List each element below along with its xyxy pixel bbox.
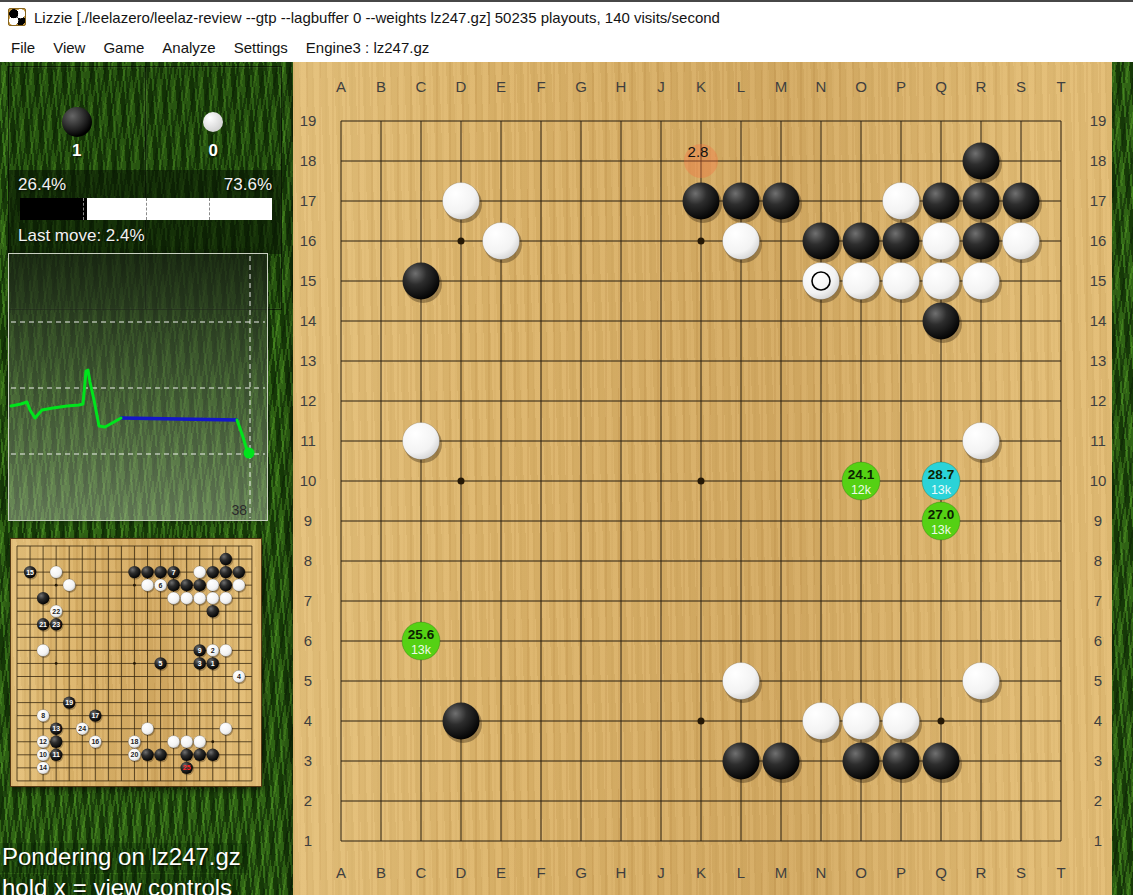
row-label-left: 10 [300,472,317,489]
menu-game[interactable]: Game [94,35,153,60]
col-label-top: F [536,78,545,95]
variation-move-number: 9 [198,647,202,654]
variation-move-number: 25 [183,764,191,771]
col-label-bottom: F [536,864,545,881]
col-label-bottom: L [737,864,745,881]
sub-white-stone-O4 [180,736,192,748]
col-label-bottom: A [336,864,346,881]
white-stone-Q16[interactable] [923,223,960,260]
sub-black-stone-M3 [154,749,166,761]
row-label-left: 2 [304,792,312,809]
black-stone-R18[interactable] [963,143,1000,180]
col-label-top: Q [935,78,947,95]
sub-black-stone-D4 [50,736,62,748]
star-point [458,238,465,245]
star-point [458,478,465,485]
row-label-left: 5 [304,672,312,689]
winrate-bar-black [20,198,87,220]
winrate-line [11,370,121,427]
variation-move-number: 12 [39,738,47,745]
sub-white-stone-L16 [141,579,153,591]
col-label-top: K [696,78,706,95]
analysis-suggestion-Q10[interactable]: 28.713k [922,462,960,500]
col-label-top: L [737,78,745,95]
sub-black-stone-M17 [154,566,166,578]
suggestion-visits: 13k [931,483,952,497]
black-stone-Q17[interactable] [923,183,960,220]
variation-move-number: 23 [52,621,60,628]
black-stone-K17[interactable] [683,183,720,220]
col-label-bottom: H [616,864,627,881]
suggestion-visits: 13k [411,643,432,657]
sub-star-point [55,662,58,665]
sub-black-stone-R16 [220,579,232,591]
sub-white-stone-C11 [37,644,49,656]
sub-star-point [133,662,136,665]
black-stone-Q3[interactable] [923,743,960,780]
col-label-bottom: E [496,864,506,881]
sub-white-stone-Q16 [207,579,219,591]
col-label-bottom: P [896,864,906,881]
variation-move-number: 18 [131,738,139,745]
col-label-top: R [976,78,987,95]
variation-move-number: 6 [159,582,163,589]
variation-move-number: 8 [41,712,45,719]
last-move-winrate: Last move: 2.4% [18,226,272,246]
black-stone-Q14[interactable] [923,303,960,340]
row-label-right: 18 [1090,152,1107,169]
col-label-top: T [1056,78,1065,95]
variation-move-number: 7 [172,569,176,576]
pondering-status: Pondering on lz247.gz [0,843,249,873]
sub-white-stone-Q15 [207,592,219,604]
row-label-right: 1 [1094,832,1102,849]
row-label-right: 14 [1090,312,1107,329]
row-label-right: 3 [1094,752,1102,769]
menu-engine[interactable]: Engine3 : lz247.gz [297,35,438,60]
sub-black-stone-L3 [141,749,153,761]
winrate-graph-panel[interactable]: 38 [8,253,268,521]
col-label-bottom: M [775,864,788,881]
black-stone-M3[interactable] [763,743,800,780]
winrate-endpoint [244,448,255,459]
sub-black-stone-Q14 [207,605,219,617]
variation-move-number: 11 [52,751,60,758]
analysis-suggestion-C6[interactable]: 25.613k [402,622,440,660]
sub-white-stone-P15 [194,592,206,604]
white-stone-R15[interactable] [963,263,1000,300]
window-titlebar[interactable]: Lizzie [./leelazero/leelaz-review --gtp … [0,0,1133,32]
sub-white-stone-N4 [167,736,179,748]
row-label-left: 8 [304,552,312,569]
suggestion-visits: 13k [931,523,952,537]
sub-black-stone-P3 [194,749,206,761]
window-title: Lizzie [./leelazero/leelaz-review --gtp … [34,9,720,26]
star-point [698,478,705,485]
white-stone-icon [203,112,223,132]
black-stone-S17[interactable] [1003,183,1040,220]
col-label-top: S [1016,78,1026,95]
variation-move-number: 13 [52,725,60,732]
black-stone-N16[interactable] [803,223,840,260]
white-stone-O4[interactable] [843,703,880,740]
menu-bar: File View Game Analyze Settings Engine3 … [0,32,1133,62]
col-label-top: C [416,78,427,95]
variation-move-number: 15 [26,569,34,576]
star-point [938,718,945,725]
sub-white-stone-P4 [194,736,206,748]
black-winrate-pct: 26.4% [18,175,66,195]
col-label-top: H [616,78,627,95]
sub-star-point [133,584,136,587]
sub-star-point [55,584,58,587]
row-label-left: 15 [300,272,317,289]
sub-white-stone-S16 [233,579,245,591]
black-stone-O16[interactable] [843,223,880,260]
winrate-panel: 26.4% 73.6% Last move: 2.4% [8,170,282,254]
move-number-label: 38 [231,502,247,518]
variation-move-number: 22 [52,608,60,615]
sub-star-point [211,740,214,743]
analysis-suggestion-O10[interactable]: 24.112k [842,462,880,500]
white-stone-C11[interactable] [403,423,440,460]
row-label-left: 3 [304,752,312,769]
white-stone-S16[interactable] [1003,223,1040,260]
sub-white-stone-D17 [50,566,62,578]
row-label-right: 17 [1090,192,1107,209]
row-label-right: 19 [1090,112,1107,129]
row-label-right: 6 [1094,632,1102,649]
winrate-bar-tick-50 [146,198,147,220]
sub-white-stone-L5 [141,723,153,735]
menu-file[interactable]: File [2,35,44,60]
row-label-left: 17 [300,192,317,209]
sub-black-stone-O16 [180,579,192,591]
variation-move-number: 20 [131,751,139,758]
col-label-bottom: S [1016,864,1026,881]
winrate-bar [20,198,272,220]
suggestion-visits: 12k [851,483,872,497]
col-label-bottom: Q [935,864,947,881]
row-label-left: 4 [304,712,312,729]
black-stone-P3[interactable] [883,743,920,780]
white-stone-P17[interactable] [883,183,920,220]
ghost-move-winrate: 2.8 [688,143,709,160]
black-stone-C15[interactable] [403,263,440,300]
col-label-bottom: R [976,864,987,881]
row-label-left: 9 [304,512,312,529]
sub-black-stone-Q3 [207,749,219,761]
col-label-bottom: T [1056,864,1065,881]
variation-move-number: 1 [211,660,215,667]
row-label-left: 11 [300,432,316,449]
row-label-left: 18 [300,152,317,169]
white-capture-count: 0 [146,141,282,161]
sub-white-stone-R11 [220,644,232,656]
sub-black-stone-S17 [233,566,245,578]
white-stone-R5[interactable] [963,663,1000,700]
col-label-top: O [855,78,867,95]
row-label-right: 10 [1090,472,1107,489]
winrate-bar-tick-75 [209,198,210,220]
sub-black-stone-O3 [180,749,192,761]
row-label-right: 16 [1090,232,1107,249]
black-stone-O3[interactable] [843,743,880,780]
black-stone-M17[interactable] [763,183,800,220]
white-stone-P4[interactable] [883,703,920,740]
go-board-svg[interactable]: AABBCCDDEEFFGGHHJJKKLLMMNNOOPPQQRRSSTT19… [293,62,1112,895]
row-label-right: 4 [1094,712,1102,729]
sub-white-stone-R15 [220,592,232,604]
col-label-top: B [376,78,386,95]
winrate-graph[interactable] [9,254,267,520]
controls-hint: hold x = view controls [0,874,240,895]
white-stone-N15[interactable] [803,263,840,300]
variation-move-number: 24 [78,725,86,732]
sub-black-stone-P16 [194,579,206,591]
row-label-left: 6 [304,632,312,649]
white-stone-E16[interactable] [483,223,520,260]
winrate-bar-tick-25 [83,198,84,220]
row-label-left: 19 [300,112,317,129]
variation-move-number: 4 [237,673,241,680]
menu-analyze[interactable]: Analyze [153,35,224,60]
engine-eval-line [121,418,237,420]
sub-black-stone-L17 [141,566,153,578]
col-label-bottom: J [657,864,665,881]
sub-black-stone-R17 [220,566,232,578]
sub-black-stone-Q17 [207,566,219,578]
row-label-right: 5 [1094,672,1102,689]
white-stone-L5[interactable] [723,663,760,700]
suggestion-winrate: 27.0 [928,507,954,522]
sub-white-stone-E16 [63,579,75,591]
col-label-bottom: G [575,864,587,881]
col-label-top: G [575,78,587,95]
star-point [698,718,705,725]
sub-white-stone-N15 [167,592,179,604]
variation-move-number: 5 [159,660,163,667]
black-stone-R17[interactable] [963,183,1000,220]
row-label-left: 13 [300,352,317,369]
row-label-right: 2 [1094,792,1102,809]
lizzie-app-icon [8,8,26,26]
col-label-top: M [775,78,788,95]
variation-move-number: 17 [91,712,99,719]
row-label-left: 7 [304,592,312,609]
white-stone-P15[interactable] [883,263,920,300]
variation-move-number: 2 [211,647,215,654]
suggestion-winrate: 24.1 [848,467,875,482]
row-label-right: 15 [1090,272,1107,289]
variation-move-number: 10 [39,751,47,758]
black-stone-P16[interactable] [883,223,920,260]
row-label-left: 1 [304,832,312,849]
white-stone-L16[interactable] [723,223,760,260]
menu-view[interactable]: View [44,35,94,60]
col-label-top: A [336,78,346,95]
black-stone-icon [62,107,92,137]
row-label-right: 13 [1090,352,1107,369]
variation-move-number: 14 [39,764,47,771]
black-capture-count: 1 [9,141,145,161]
col-label-top: P [896,78,906,95]
variation-subboard[interactable]: 1234567891011121314151617181920212223242… [10,538,262,787]
suggestion-winrate: 25.6 [408,627,435,642]
white-winrate-pct: 73.6% [224,175,272,195]
row-label-right: 11 [1090,432,1106,449]
col-label-bottom: D [456,864,467,881]
black-stone-D4[interactable] [443,703,480,740]
row-label-left: 12 [300,392,317,409]
white-stone-D17[interactable] [443,183,480,220]
row-label-right: 7 [1094,592,1102,609]
variation-move-number: 3 [198,660,202,667]
suggestion-winrate: 28.7 [928,467,954,482]
white-stone-O15[interactable] [843,263,880,300]
col-label-bottom: O [855,864,867,881]
row-label-right: 12 [1090,392,1107,409]
sub-black-stone-N16 [167,579,179,591]
subboard-svg[interactable]: 1234567891011121314151617181920212223242… [11,539,261,786]
sub-black-stone-K17 [128,566,140,578]
white-stone-Q15[interactable] [923,263,960,300]
row-label-right: 9 [1094,512,1102,529]
col-label-top: J [657,78,665,95]
sub-white-stone-P17 [194,566,206,578]
variation-move-number: 16 [91,738,99,745]
analysis-suggestion-Q9[interactable]: 27.013k [922,502,960,540]
black-stone-L3[interactable] [723,743,760,780]
star-point [698,238,705,245]
variation-move-number: 19 [65,699,73,706]
sub-black-stone-R18 [220,553,232,565]
sub-black-stone-C15 [37,592,49,604]
app-content: 1 0 26.4% 73.6% Last move: 2.4% 38 12345… [0,62,1133,895]
col-label-bottom: K [696,864,706,881]
menu-settings[interactable]: Settings [225,35,297,60]
go-board[interactable]: AABBCCDDEEFFGGHHJJKKLLMMNNOOPPQQRRSSTT19… [293,62,1112,895]
sub-white-stone-R5 [220,723,232,735]
white-stone-R11[interactable] [963,423,1000,460]
col-label-bottom: C [416,864,427,881]
row-label-left: 14 [300,312,317,329]
col-label-bottom: B [376,864,386,881]
white-stone-N4[interactable] [803,703,840,740]
sub-white-stone-O15 [180,592,192,604]
row-label-left: 16 [300,232,317,249]
variation-move-number: 21 [39,621,47,628]
black-stone-L17[interactable] [723,183,760,220]
col-label-bottom: N [816,864,827,881]
black-stone-R16[interactable] [963,223,1000,260]
col-label-top: D [456,78,467,95]
row-label-right: 8 [1094,552,1102,569]
col-label-top: N [816,78,827,95]
col-label-top: E [496,78,506,95]
